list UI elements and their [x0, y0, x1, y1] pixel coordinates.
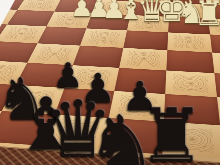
white-rook[interactable]: ♜	[194, 0, 220, 30]
square[interactable]	[80, 28, 127, 47]
square[interactable]	[38, 26, 87, 45]
square[interactable]	[166, 50, 214, 73]
square[interactable]	[119, 48, 167, 71]
black-knight[interactable]: ♞	[86, 105, 158, 165]
square[interactable]	[167, 32, 212, 52]
square[interactable]	[123, 30, 168, 50]
chess-set-photo: ♟♟♟♝♛♚♞♜♟♟♟♞♝♛♞♜	[0, 0, 220, 165]
